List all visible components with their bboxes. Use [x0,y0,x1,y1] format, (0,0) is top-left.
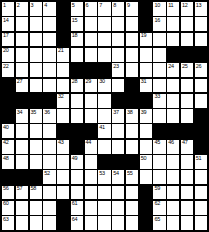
cell-r5c2[interactable] [16,63,28,77]
clue-number-12: 12 [182,3,188,9]
cell-r2c4[interactable] [43,17,55,31]
cell-r8c10[interactable]: 38 [126,109,138,123]
cell-r11c13[interactable] [167,155,179,169]
cell-r3c7[interactable] [85,33,97,47]
cell-r12c13[interactable] [167,170,179,184]
cell-r6c8[interactable]: 30 [98,79,110,93]
black-cell-r15c11 [140,216,152,230]
cell-r15c6[interactable]: 64 [71,216,83,230]
black-cell-r9c12 [153,124,165,138]
black-cell-r15c5 [57,216,69,230]
clue-number-28: 28 [72,79,78,85]
clue-number-1: 1 [3,3,6,9]
cell-r5c13[interactable]: 24 [167,63,179,77]
black-cell-r6c1 [2,79,14,93]
cell-r11c14[interactable] [181,155,193,169]
cell-r7c12[interactable]: 33 [153,94,165,108]
clue-number-34: 34 [17,110,23,116]
cell-r14c15[interactable] [195,201,207,215]
cell-r4c10[interactable] [126,48,138,62]
black-cell-r6c10 [126,79,138,93]
black-cell-r8c15 [195,109,207,123]
black-cell-r12c3 [30,170,42,184]
cell-r15c3[interactable] [30,216,42,230]
cell-r5c10[interactable] [126,63,138,77]
cell-r8c11[interactable]: 39 [140,109,152,123]
cell-r1c15[interactable]: 13 [195,2,207,16]
cell-r10c5[interactable]: 43 [57,140,69,154]
cell-r15c12[interactable]: 65 [153,216,165,230]
clue-number-56: 56 [3,186,9,192]
black-cell-r10c15 [195,140,207,154]
cell-r4c9[interactable] [112,48,124,62]
clue-number-41: 41 [99,125,105,131]
cell-r3c9[interactable] [112,33,124,47]
cell-r14c4[interactable] [43,201,55,215]
cell-r10c8[interactable] [98,140,110,154]
black-cell-r1c5 [57,2,69,16]
crossword-grid: 1234567891011121314151617181920212223242… [0,0,209,232]
clue-number-51: 51 [196,156,202,162]
cell-r2c13[interactable] [167,17,179,31]
clue-number-54: 54 [113,171,119,177]
cell-r11c15[interactable]: 51 [195,155,207,169]
cell-r14c7[interactable] [85,201,97,215]
cell-r11c2[interactable] [16,155,28,169]
cell-r14c10[interactable] [126,201,138,215]
cell-r10c1[interactable]: 42 [2,140,14,154]
cell-r1c4[interactable]: 4 [43,2,55,16]
cell-r3c11[interactable]: 19 [140,33,152,47]
cell-r9c9[interactable] [112,124,124,138]
cell-r10c4[interactable] [43,140,55,154]
cell-r1c1[interactable]: 1 [2,2,14,16]
clue-number-18: 18 [72,33,78,39]
black-cell-r5c8 [98,63,110,77]
cell-r10c7[interactable]: 44 [85,140,97,154]
cell-r13c8[interactable] [98,186,110,200]
cell-r1c6[interactable]: 5 [71,2,83,16]
cell-r5c14[interactable]: 25 [181,63,193,77]
cell-r3c15[interactable] [195,33,207,47]
clue-number-5: 5 [72,3,75,9]
cell-r11c7[interactable] [85,155,97,169]
clue-number-20: 20 [3,48,9,54]
clue-number-32: 32 [58,94,64,100]
black-cell-r7c1 [2,94,14,108]
cell-r13c15[interactable] [195,186,207,200]
cell-r9c10[interactable] [126,124,138,138]
cell-r12c5[interactable] [57,170,69,184]
cell-r13c10[interactable] [126,186,138,200]
cell-r10c10[interactable] [126,140,138,154]
cell-r12c11[interactable] [140,170,152,184]
cell-r10c12[interactable]: 45 [153,140,165,154]
cell-r1c13[interactable]: 11 [167,2,179,16]
clue-number-63: 63 [3,217,9,223]
cell-r2c1[interactable]: 14 [2,17,14,31]
cell-r14c2[interactable] [16,201,28,215]
black-cell-r7c10 [126,94,138,108]
clue-number-60: 60 [3,201,9,207]
cell-r4c3[interactable] [30,48,42,62]
cell-r2c6[interactable]: 15 [71,17,83,31]
clue-number-27: 27 [17,79,23,85]
cell-r8c13[interactable] [167,109,179,123]
cell-r8c9[interactable]: 37 [112,109,124,123]
cell-r8c6[interactable] [71,109,83,123]
black-cell-r13c11 [140,186,152,200]
cell-r14c9[interactable] [112,201,124,215]
cell-r2c7[interactable] [85,17,97,31]
clue-number-4: 4 [44,3,47,9]
cell-r15c1[interactable]: 63 [2,216,14,230]
cell-r12c9[interactable]: 54 [112,170,124,184]
clue-number-29: 29 [86,79,92,85]
black-cell-r14c11 [140,201,152,215]
cell-r15c13[interactable] [167,216,179,230]
cell-r7c15[interactable] [195,94,207,108]
cell-r5c5[interactable] [57,63,69,77]
cell-r6c5[interactable] [57,79,69,93]
cell-r10c13[interactable]: 46 [167,140,179,154]
cell-r11c3[interactable] [30,155,42,169]
cell-r1c9[interactable]: 8 [112,2,124,16]
cell-r9c2[interactable] [16,124,28,138]
cell-r6c13[interactable] [167,79,179,93]
crossword-page: 1234567891011121314151617181920212223242… [0,0,209,232]
cell-r2c9[interactable] [112,17,124,31]
cell-r4c2[interactable] [16,48,28,62]
clue-number-46: 46 [168,140,174,146]
black-cell-r12c1 [2,170,14,184]
cell-r11c1[interactable]: 48 [2,155,14,169]
cell-r11c4[interactable] [43,155,55,169]
black-cell-r9c13 [167,124,179,138]
cell-r10c9[interactable] [112,140,124,154]
clue-number-26: 26 [196,64,202,70]
black-cell-r3c5 [57,33,69,47]
clue-number-40: 40 [3,125,9,131]
black-cell-r2c5 [57,17,69,31]
clue-number-37: 37 [113,110,119,116]
clue-number-23: 23 [113,64,119,70]
cell-r13c14[interactable] [181,186,193,200]
black-cell-r9c7 [85,124,97,138]
clue-number-48: 48 [3,156,9,162]
cell-r8c8[interactable] [98,109,110,123]
black-cell-r4c14 [181,48,193,62]
clue-number-2: 2 [17,3,20,9]
cell-r4c5[interactable]: 21 [57,48,69,62]
cell-r6c9[interactable] [112,79,124,93]
black-cell-r9c14 [181,124,193,138]
cell-r3c3[interactable] [30,33,42,47]
cell-r1c14[interactable]: 12 [181,2,193,16]
cell-r6c6[interactable]: 28 [71,79,83,93]
cell-r7c13[interactable] [167,94,179,108]
cell-r3c14[interactable] [181,33,193,47]
clue-number-59: 59 [154,186,160,192]
cell-r13c4[interactable] [43,186,55,200]
cell-r8c3[interactable]: 35 [30,109,42,123]
black-cell-r4c15 [195,48,207,62]
cell-r3c1[interactable]: 17 [2,33,14,47]
black-cell-r4c13 [167,48,179,62]
clue-number-17: 17 [3,33,9,39]
clue-number-44: 44 [86,140,92,146]
clue-number-39: 39 [141,110,147,116]
cell-r8c2[interactable]: 34 [16,109,28,123]
cell-r14c1[interactable]: 60 [2,201,14,215]
cell-r12c7[interactable] [85,170,97,184]
cell-r13c7[interactable] [85,186,97,200]
cell-r1c12[interactable]: 10 [153,2,165,16]
clue-number-45: 45 [154,140,160,146]
black-cell-r7c3 [30,94,42,108]
clue-number-62: 62 [154,201,160,207]
clue-number-38: 38 [127,110,133,116]
clue-number-52: 52 [44,171,50,177]
cell-r11c6[interactable]: 49 [71,155,83,169]
cell-r5c15[interactable]: 26 [195,63,207,77]
clue-number-49: 49 [72,156,78,162]
cell-r3c10[interactable] [126,33,138,47]
cell-r9c3[interactable] [30,124,42,138]
cell-r2c14[interactable] [181,17,193,31]
cell-r13c2[interactable]: 57 [16,186,28,200]
cell-r6c4[interactable] [43,79,55,93]
cell-r12c8[interactable]: 53 [98,170,110,184]
cell-r8c5[interactable] [57,109,69,123]
cell-r1c7[interactable]: 6 [85,2,97,16]
cell-r7c6[interactable] [71,94,83,108]
clue-number-8: 8 [113,3,116,9]
cell-r11c5[interactable] [57,155,69,169]
cell-r12c12[interactable] [153,170,165,184]
clue-number-21: 21 [58,48,64,54]
black-cell-r5c7 [85,63,97,77]
cell-r2c3[interactable] [30,17,42,31]
cell-r13c12[interactable]: 59 [153,186,165,200]
clue-number-31: 31 [141,79,147,85]
cell-r8c4[interactable]: 36 [43,109,55,123]
clue-number-53: 53 [99,171,105,177]
clue-number-47: 47 [182,140,188,146]
cell-r1c2[interactable]: 2 [16,2,28,16]
cell-r4c6[interactable] [71,48,83,62]
cell-r13c5[interactable] [57,186,69,200]
clue-number-11: 11 [168,3,173,9]
cell-r3c6[interactable]: 18 [71,33,83,47]
clue-number-35: 35 [31,110,37,116]
cell-r9c4[interactable] [43,124,55,138]
clue-number-22: 22 [3,64,9,70]
cell-r9c1[interactable]: 40 [2,124,14,138]
black-cell-r12c2 [16,170,28,184]
cell-r6c3[interactable] [30,79,42,93]
cell-r8c14[interactable] [181,109,193,123]
clue-number-16: 16 [154,18,160,24]
cell-r3c2[interactable] [16,33,28,47]
cell-r15c7[interactable] [85,216,97,230]
cell-r1c10[interactable]: 9 [126,2,138,16]
clue-number-25: 25 [182,64,188,70]
black-cell-r7c9 [112,94,124,108]
clue-number-7: 7 [99,3,102,9]
cell-r2c2[interactable] [16,17,28,31]
cell-r7c14[interactable] [181,94,193,108]
black-cell-r5c6 [71,63,83,77]
cell-r7c8[interactable] [98,94,110,108]
black-cell-r9c6 [71,124,83,138]
cell-r13c1[interactable]: 56 [2,186,14,200]
cell-r8c12[interactable] [153,109,165,123]
cell-r13c9[interactable] [112,186,124,200]
cell-r14c3[interactable] [30,201,42,215]
cell-r15c4[interactable] [43,216,55,230]
cell-r3c12[interactable] [153,33,165,47]
black-cell-r11c10 [126,155,138,169]
black-cell-r7c11 [140,94,152,108]
cell-r14c14[interactable] [181,201,193,215]
clue-number-6: 6 [86,3,89,9]
cell-r11c12[interactable] [153,155,165,169]
clue-number-30: 30 [99,79,105,85]
clue-number-15: 15 [72,18,78,24]
clue-number-33: 33 [154,94,160,100]
cell-r8c7[interactable] [85,109,97,123]
cell-r6c11[interactable]: 31 [140,79,152,93]
cell-r4c4[interactable] [43,48,55,62]
black-cell-r10c6 [71,140,83,154]
cell-r2c10[interactable] [126,17,138,31]
clue-number-55: 55 [127,171,133,177]
cell-r2c15[interactable] [195,17,207,31]
cell-r3c13[interactable] [167,33,179,47]
cell-r7c7[interactable] [85,94,97,108]
cell-r7c5[interactable]: 32 [57,94,69,108]
clue-number-61: 61 [72,201,78,207]
cell-r3c4[interactable] [43,33,55,47]
cell-r13c6[interactable] [71,186,83,200]
cell-r4c11[interactable] [140,48,152,62]
black-cell-r9c5 [57,124,69,138]
cell-r9c8[interactable]: 41 [98,124,110,138]
clue-number-14: 14 [3,18,9,24]
cell-r5c9[interactable]: 23 [112,63,124,77]
cell-r5c4[interactable] [43,63,55,77]
cell-r5c11[interactable] [140,63,152,77]
cell-r11c11[interactable]: 50 [140,155,152,169]
black-cell-r11c9 [112,155,124,169]
cell-r3c8[interactable] [98,33,110,47]
cell-r14c13[interactable] [167,201,179,215]
cell-r9c11[interactable] [140,124,152,138]
black-cell-r11c8 [98,155,110,169]
clue-number-24: 24 [168,64,174,70]
cell-r15c10[interactable] [126,216,138,230]
cell-r6c14[interactable] [181,79,193,93]
clue-number-19: 19 [141,33,147,39]
cell-r6c15[interactable] [195,79,207,93]
cell-r12c4[interactable]: 52 [43,170,55,184]
black-cell-r2c11 [140,17,152,31]
clue-number-36: 36 [44,110,50,116]
clue-number-13: 13 [196,3,202,9]
cell-r14c6[interactable]: 61 [71,201,83,215]
cell-r5c12[interactable] [153,63,165,77]
black-cell-r8c1 [2,109,14,123]
clue-number-43: 43 [58,140,64,146]
cell-r6c12[interactable] [153,79,165,93]
clue-number-50: 50 [141,156,147,162]
cell-r13c3[interactable]: 58 [30,186,42,200]
cell-r15c9[interactable] [112,216,124,230]
black-cell-r7c4 [43,94,55,108]
cell-r10c2[interactable] [16,140,28,154]
cell-r12c10[interactable]: 55 [126,170,138,184]
cell-r10c11[interactable] [140,140,152,154]
black-cell-r14c5 [57,201,69,215]
cell-r2c12[interactable]: 16 [153,17,165,31]
cell-r4c12[interactable] [153,48,165,62]
clue-number-3: 3 [31,3,34,9]
cell-r5c1[interactable]: 22 [2,63,14,77]
cell-r15c2[interactable] [16,216,28,230]
cell-r4c1[interactable]: 20 [2,48,14,62]
clue-number-42: 42 [3,140,9,146]
clue-number-9: 9 [127,3,130,9]
clue-number-57: 57 [17,186,23,192]
cell-r4c8[interactable] [98,48,110,62]
black-cell-r1c11 [140,2,152,16]
black-cell-r7c2 [16,94,28,108]
cell-r5c3[interactable] [30,63,42,77]
cell-r4c7[interactable] [85,48,97,62]
clue-number-10: 10 [154,3,160,9]
cell-r13c13[interactable] [167,186,179,200]
cell-r1c3[interactable]: 3 [30,2,42,16]
clue-number-64: 64 [72,217,78,223]
cell-r6c7[interactable]: 29 [85,79,97,93]
clue-number-65: 65 [154,217,160,223]
cell-r15c8[interactable] [98,216,110,230]
cell-r14c12[interactable]: 62 [153,201,165,215]
cell-r10c3[interactable] [30,140,42,154]
cell-r15c15[interactable] [195,216,207,230]
clue-number-58: 58 [31,186,37,192]
cell-r12c15[interactable] [195,170,207,184]
cell-r14c8[interactable] [98,201,110,215]
black-cell-r9c15 [195,124,207,138]
cell-r6c2[interactable]: 27 [16,79,28,93]
cell-r15c14[interactable] [181,216,193,230]
cell-r12c14[interactable] [181,170,193,184]
cell-r12c6[interactable] [71,170,83,184]
cell-r2c8[interactable] [98,17,110,31]
cell-r1c8[interactable]: 7 [98,2,110,16]
cell-r10c14[interactable]: 47 [181,140,193,154]
